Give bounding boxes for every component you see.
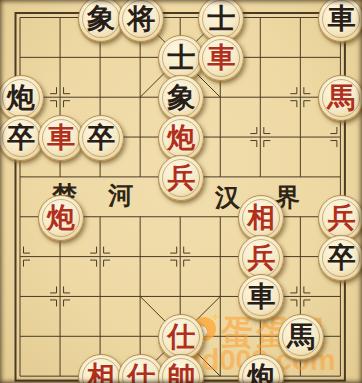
piece-glyph: 兵 bbox=[327, 204, 355, 232]
piece-black-chariot[interactable]: 車 bbox=[318, 0, 362, 42]
piece-glyph: 帥 bbox=[167, 363, 195, 383]
piece-glyph: 車 bbox=[47, 124, 75, 152]
piece-glyph: 仕 bbox=[167, 323, 195, 351]
piece-glyph: 将 bbox=[127, 5, 155, 33]
piece-glyph: 車 bbox=[327, 5, 355, 33]
piece-glyph: 炮 bbox=[167, 124, 195, 152]
piece-glyph: 馬 bbox=[287, 323, 315, 351]
piece-black-soldier[interactable]: 卒 bbox=[318, 235, 362, 281]
piece-glyph: 兵 bbox=[247, 244, 275, 272]
piece-glyph: 士 bbox=[167, 44, 195, 72]
piece-red-elephant[interactable]: 相 bbox=[238, 195, 284, 241]
piece-glyph: 相 bbox=[247, 204, 275, 232]
piece-glyph: 兵 bbox=[167, 164, 195, 192]
piece-glyph: 炮 bbox=[47, 204, 75, 232]
piece-red-soldier[interactable]: 兵 bbox=[158, 155, 204, 201]
piece-glyph: 車 bbox=[207, 44, 235, 72]
piece-glyph: 卒 bbox=[7, 124, 35, 152]
piece-black-general[interactable]: 将 bbox=[118, 0, 164, 42]
piece-glyph: 卒 bbox=[327, 244, 355, 272]
piece-red-cannon[interactable]: 炮 bbox=[38, 195, 84, 241]
piece-glyph: 馬 bbox=[327, 84, 355, 112]
piece-glyph: 仕 bbox=[127, 363, 155, 383]
piece-glyph: 卒 bbox=[87, 124, 115, 152]
piece-glyph: 相 bbox=[87, 363, 115, 383]
piece-glyph: 象 bbox=[87, 5, 115, 33]
piece-red-horse[interactable]: 馬 bbox=[318, 75, 362, 121]
piece-glyph: 炮 bbox=[7, 84, 35, 112]
piece-glyph: 象 bbox=[167, 84, 195, 112]
piece-black-soldier[interactable]: 卒 bbox=[78, 115, 124, 161]
piece-glyph: 車 bbox=[247, 283, 275, 311]
xiangqi-board: 楚河 汉界 蛋蛋吧 dd008.com 象将士車士車炮象馬卒車卒炮兵炮相兵兵卒車… bbox=[0, 0, 362, 383]
piece-glyph: 士 bbox=[207, 5, 235, 33]
piece-red-soldier[interactable]: 兵 bbox=[318, 195, 362, 241]
piece-glyph: 炮 bbox=[247, 363, 275, 383]
